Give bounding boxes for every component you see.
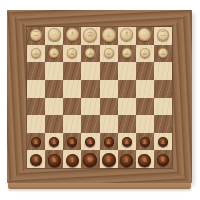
piece-white-bishop[interactable]: ♗ (66, 28, 79, 41)
square-b5[interactable] (136, 98, 154, 116)
piece-black-rook[interactable]: ♜ (30, 154, 42, 166)
square-g4[interactable] (45, 80, 63, 98)
piece-black-knight[interactable]: ♞ (48, 154, 61, 167)
piece-white-pawn[interactable]: ♙ (67, 48, 77, 58)
piece-white-pawn[interactable]: ♙ (104, 48, 114, 58)
piece-black-pawn[interactable]: ♟ (158, 137, 168, 147)
square-g1[interactable]: ♘ (45, 27, 63, 45)
square-c7[interactable]: ♟ (118, 133, 136, 151)
square-e6[interactable] (81, 115, 99, 133)
black-pawn-icon: ♟ (124, 139, 129, 145)
chess-board: ♖♘♗♔♕♗♘♖♙♙♙♙♙♙♙♙♟♟♟♟♟♟♟♟♜♞♝♚♛♝♞♜ (7, 10, 192, 183)
white-rook-icon: ♖ (160, 31, 166, 38)
white-pawn-icon: ♙ (88, 50, 93, 56)
black-rook-icon: ♜ (160, 157, 166, 164)
square-b2[interactable]: ♙ (136, 45, 154, 63)
square-f4[interactable] (63, 80, 81, 98)
piece-white-knight[interactable]: ♘ (138, 28, 151, 41)
product-photo: ♖♘♗♔♕♗♘♖♙♙♙♙♙♙♙♙♟♟♟♟♟♟♟♟♜♞♝♚♛♝♞♜ (0, 0, 200, 200)
square-h5[interactable] (27, 98, 45, 116)
square-a4[interactable] (154, 80, 172, 98)
black-queen-icon: ♛ (105, 156, 112, 164)
square-d6[interactable] (100, 115, 118, 133)
white-pawn-icon: ♙ (33, 50, 38, 56)
square-a7[interactable]: ♟ (154, 133, 172, 151)
square-a2[interactable]: ♙ (154, 45, 172, 63)
piece-white-pawn[interactable]: ♙ (140, 48, 150, 58)
square-e5[interactable] (81, 98, 99, 116)
square-a3[interactable] (154, 62, 172, 80)
square-g6[interactable] (45, 115, 63, 133)
square-h4[interactable] (27, 80, 45, 98)
piece-white-king[interactable]: ♔ (83, 28, 97, 42)
piece-black-pawn[interactable]: ♟ (122, 137, 132, 147)
white-pawn-icon: ♙ (51, 50, 56, 56)
square-h3[interactable] (27, 62, 45, 80)
square-d5[interactable] (100, 98, 118, 116)
square-b1[interactable]: ♘ (136, 27, 154, 45)
square-g3[interactable] (45, 62, 63, 80)
white-pawn-icon: ♙ (160, 50, 165, 56)
piece-white-pawn[interactable]: ♙ (122, 48, 132, 58)
square-c1[interactable]: ♗ (118, 27, 136, 45)
square-c8[interactable]: ♝ (118, 150, 136, 168)
black-knight-icon: ♞ (142, 157, 148, 164)
white-pawn-icon: ♙ (142, 50, 147, 56)
white-rook-icon: ♖ (33, 31, 39, 38)
square-a8[interactable]: ♜ (154, 150, 172, 168)
square-c6[interactable] (118, 115, 136, 133)
piece-white-queen[interactable]: ♕ (102, 28, 116, 42)
piece-white-rook[interactable]: ♖ (30, 29, 42, 41)
square-c3[interactable] (118, 62, 136, 80)
square-e8[interactable]: ♚ (81, 150, 99, 168)
square-h7[interactable]: ♟ (27, 133, 45, 151)
piece-white-knight[interactable]: ♘ (48, 28, 61, 41)
black-bishop-icon: ♝ (124, 157, 130, 164)
white-bishop-icon: ♗ (124, 31, 130, 38)
square-b7[interactable]: ♟ (136, 133, 154, 151)
square-b4[interactable] (136, 80, 154, 98)
piece-black-pawn[interactable]: ♟ (67, 137, 77, 147)
black-bishop-icon: ♝ (69, 157, 75, 164)
square-g8[interactable]: ♞ (45, 150, 63, 168)
black-pawn-icon: ♟ (88, 139, 93, 145)
square-e1[interactable]: ♔ (81, 27, 99, 45)
white-pawn-icon: ♙ (70, 50, 75, 56)
piece-white-pawn[interactable]: ♙ (49, 48, 59, 58)
piece-black-king[interactable]: ♚ (83, 153, 97, 167)
piece-black-pawn[interactable]: ♟ (85, 137, 95, 147)
piece-black-bishop[interactable]: ♝ (120, 154, 133, 167)
square-d3[interactable] (100, 62, 118, 80)
square-a5[interactable] (154, 98, 172, 116)
piece-white-rook[interactable]: ♖ (157, 29, 169, 41)
square-d2[interactable]: ♙ (100, 45, 118, 63)
square-h2[interactable]: ♙ (27, 45, 45, 63)
square-f6[interactable] (63, 115, 81, 133)
square-d1[interactable]: ♕ (100, 27, 118, 45)
white-king-icon: ♔ (87, 31, 94, 39)
piece-white-pawn[interactable]: ♙ (158, 48, 168, 58)
square-f1[interactable]: ♗ (63, 27, 81, 45)
piece-black-queen[interactable]: ♛ (102, 153, 116, 167)
square-f8[interactable]: ♝ (63, 150, 81, 168)
square-h6[interactable] (27, 115, 45, 133)
piece-black-bishop[interactable]: ♝ (66, 154, 79, 167)
black-rook-icon: ♜ (33, 157, 39, 164)
board-squares: ♖♘♗♔♕♗♘♖♙♙♙♙♙♙♙♙♟♟♟♟♟♟♟♟♜♞♝♚♛♝♞♜ (27, 27, 172, 168)
square-f2[interactable]: ♙ (63, 45, 81, 63)
piece-black-pawn[interactable]: ♟ (104, 137, 114, 147)
square-a6[interactable] (154, 115, 172, 133)
black-pawn-icon: ♟ (160, 139, 165, 145)
black-pawn-icon: ♟ (142, 139, 147, 145)
white-queen-icon: ♕ (105, 31, 112, 39)
piece-white-pawn[interactable]: ♙ (31, 48, 41, 58)
piece-black-rook[interactable]: ♜ (157, 154, 169, 166)
square-h1[interactable]: ♖ (27, 27, 45, 45)
square-g2[interactable]: ♙ (45, 45, 63, 63)
square-b3[interactable] (136, 62, 154, 80)
square-c2[interactable]: ♙ (118, 45, 136, 63)
square-h8[interactable]: ♜ (27, 150, 45, 168)
piece-black-pawn[interactable]: ♟ (49, 137, 59, 147)
white-knight-icon: ♘ (51, 31, 57, 38)
square-c4[interactable] (118, 80, 136, 98)
square-e2[interactable]: ♙ (81, 45, 99, 63)
square-f3[interactable] (63, 62, 81, 80)
square-d8[interactable]: ♛ (100, 150, 118, 168)
square-b8[interactable]: ♞ (136, 150, 154, 168)
black-pawn-icon: ♟ (33, 139, 38, 145)
square-e7[interactable]: ♟ (81, 133, 99, 151)
square-d4[interactable] (100, 80, 118, 98)
white-pawn-icon: ♙ (106, 50, 111, 56)
white-pawn-icon: ♙ (124, 50, 129, 56)
square-g7[interactable]: ♟ (45, 133, 63, 151)
black-pawn-icon: ♟ (70, 139, 75, 145)
square-c5[interactable] (118, 98, 136, 116)
square-f7[interactable]: ♟ (63, 133, 81, 151)
black-king-icon: ♚ (87, 156, 94, 164)
board-side-edge (8, 183, 191, 189)
black-pawn-icon: ♟ (106, 139, 111, 145)
black-pawn-icon: ♟ (51, 139, 56, 145)
square-e3[interactable] (81, 62, 99, 80)
piece-white-bishop[interactable]: ♗ (120, 28, 133, 41)
piece-white-pawn[interactable]: ♙ (85, 48, 95, 58)
square-g5[interactable] (45, 98, 63, 116)
square-d7[interactable]: ♟ (100, 133, 118, 151)
white-bishop-icon: ♗ (69, 31, 75, 38)
square-b6[interactable] (136, 115, 154, 133)
piece-black-pawn[interactable]: ♟ (140, 137, 150, 147)
white-knight-icon: ♘ (142, 31, 148, 38)
square-a1[interactable]: ♖ (154, 27, 172, 45)
square-f5[interactable] (63, 98, 81, 116)
square-e4[interactable] (81, 80, 99, 98)
piece-black-knight[interactable]: ♞ (138, 154, 151, 167)
piece-black-pawn[interactable]: ♟ (31, 137, 41, 147)
black-knight-icon: ♞ (51, 157, 57, 164)
